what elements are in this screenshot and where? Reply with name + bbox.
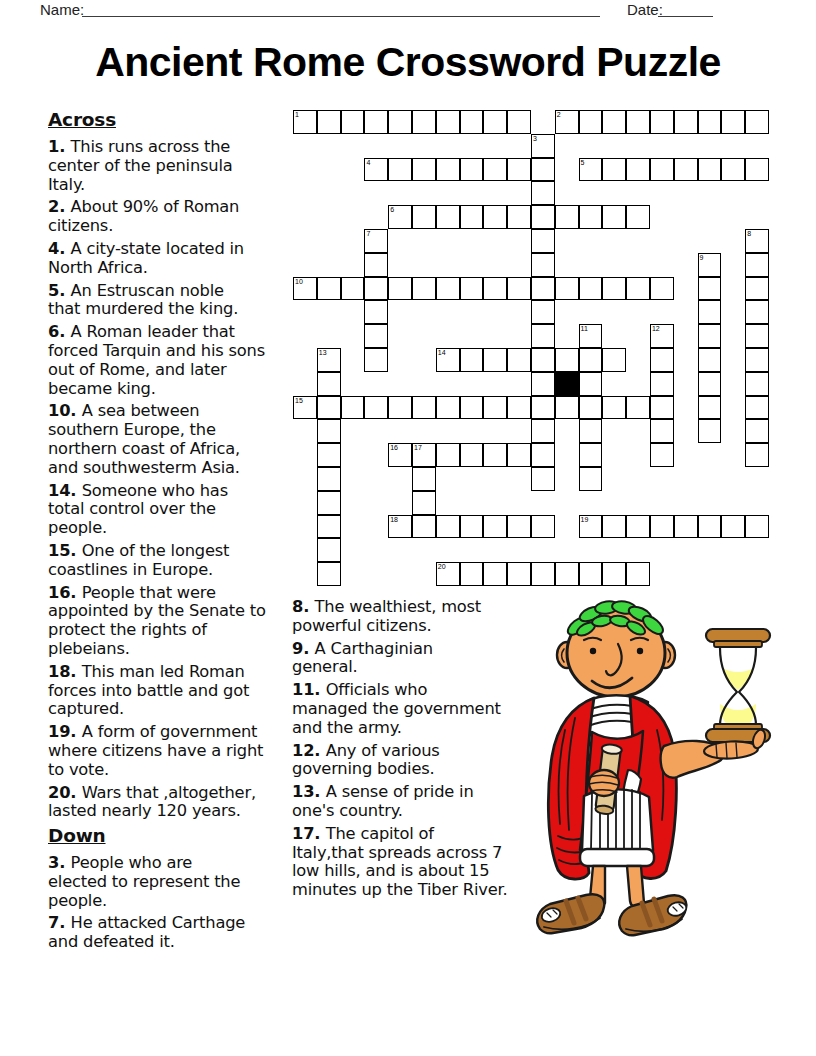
across-heading: Across (48, 109, 298, 130)
clue-number: 4 (366, 159, 370, 167)
grid-cell-r12c3[interactable] (364, 396, 388, 420)
grid-cell-r7c14[interactable] (626, 277, 650, 301)
clue-number: 20 (438, 563, 446, 571)
grid-cell-r9c19[interactable] (745, 324, 769, 348)
grid-cell-r8c10[interactable] (531, 300, 555, 324)
grid-cell-r14c9[interactable] (507, 443, 531, 467)
clue-down-8: 8. The wealthiest, most powerful citizen… (292, 598, 536, 636)
grid-cell-r17c1[interactable] (317, 515, 341, 539)
name-label: Name: (40, 1, 84, 18)
clue-down-13: 13. A sense of pride in one's country. (292, 783, 536, 821)
grid-cell-r0c15[interactable] (650, 110, 674, 134)
grid-cell-r7c9[interactable] (507, 277, 531, 301)
grid-cell-r15c10[interactable] (531, 467, 555, 491)
grid-cell-r16c5[interactable] (412, 491, 436, 515)
grid-cell-r9c12[interactable]: 11 (579, 324, 603, 348)
grid-cell-r4c8[interactable] (483, 205, 507, 229)
grid-cell-r19c6[interactable]: 20 (436, 562, 460, 586)
grid-cell-r12c11[interactable] (555, 396, 579, 420)
grid-cell-r2c7[interactable] (460, 158, 484, 182)
grid-cell-r0c19[interactable] (745, 110, 769, 134)
clue-across-16: 16. People that were appointed by the Se… (48, 584, 298, 659)
grid-cell-r7c13[interactable] (602, 277, 626, 301)
grid-cell-r1c10[interactable]: 3 (531, 134, 555, 158)
clue-number: 16 (390, 444, 398, 452)
grid-cell-r17c8[interactable] (483, 515, 507, 539)
clue-across-5: 5. An Estruscan noble that murdered the … (48, 282, 298, 320)
clue-across-14: 14. Someone who has total control over t… (48, 482, 298, 538)
grid-cell-r11c15[interactable] (650, 372, 674, 396)
grid-cell-r7c19[interactable] (745, 277, 769, 301)
grid-cell-r19c13[interactable] (602, 562, 626, 586)
skirt-hem (580, 849, 654, 866)
grid-cell-r0c11[interactable]: 2 (555, 110, 579, 134)
clue-number: 14 (438, 349, 446, 357)
grid-cell-r4c12[interactable] (579, 205, 603, 229)
grid-cell-r19c12[interactable] (579, 562, 603, 586)
grid-cell-r17c6[interactable] (436, 515, 460, 539)
grid-cell-r10c10[interactable] (531, 348, 555, 372)
clue-across-15: 15. One of the longest coastlines in Eur… (48, 542, 298, 580)
grid-cell-r0c5[interactable] (412, 110, 436, 134)
clue-number: 11 (581, 325, 588, 333)
grid-cell-r0c18[interactable] (721, 110, 745, 134)
grid-cell-r17c5[interactable] (412, 515, 436, 539)
grid-cell-r8c3[interactable] (364, 300, 388, 324)
grid-cell-r10c9[interactable] (507, 348, 531, 372)
grid-cell-r2c15[interactable] (650, 158, 674, 182)
grid-cell-r2c19[interactable] (745, 158, 769, 182)
grid-cell-r0c13[interactable] (602, 110, 626, 134)
grid-cell-r7c15[interactable] (650, 277, 674, 301)
grid-cell-r12c1[interactable] (317, 396, 341, 420)
grid-cell-r13c10[interactable] (531, 419, 555, 443)
grid-cell-r2c18[interactable] (721, 158, 745, 182)
grid-cell-r9c15[interactable]: 12 (650, 324, 674, 348)
clue-down-9: 9. A Carthaginian general. (292, 640, 536, 678)
grid-cell-r6c3[interactable] (364, 253, 388, 277)
grid-cell-r17c12[interactable]: 19 (579, 515, 603, 539)
grid-cell-r0c3[interactable] (364, 110, 388, 134)
grid-cell-r7c17[interactable] (698, 277, 722, 301)
roman-man-illustration (530, 598, 786, 958)
grid-cell-r17c18[interactable] (721, 515, 745, 539)
grid-cell-r17c13[interactable] (602, 515, 626, 539)
grid-cell-r17c7[interactable] (460, 515, 484, 539)
right-eye (637, 648, 643, 654)
grid-cell-r14c4[interactable]: 16 (388, 443, 412, 467)
grid-cell-r4c11[interactable] (555, 205, 579, 229)
clue-across-18: 18. This man led Roman forces into battl… (48, 663, 298, 719)
grid-cell-r14c6[interactable] (436, 443, 460, 467)
grid-cell-r0c1[interactable] (317, 110, 341, 134)
grid-cell-r7c7[interactable] (460, 277, 484, 301)
grid-cell-r0c12[interactable] (579, 110, 603, 134)
clue-number: 18 (390, 516, 398, 524)
grid-cell-r12c2[interactable] (341, 396, 365, 420)
grid-cell-r2c17[interactable] (698, 158, 722, 182)
clue-number: 12 (652, 325, 660, 333)
grid-cell-r11c1[interactable] (317, 372, 341, 396)
clue-number: 13 (319, 349, 327, 357)
grid-cell-r2c16[interactable] (674, 158, 698, 182)
grid-cell-r7c5[interactable] (412, 277, 436, 301)
grid-cell-r0c8[interactable] (483, 110, 507, 134)
grid-cell-r4c4[interactable]: 6 (388, 205, 412, 229)
grid-cell-r12c12[interactable] (579, 396, 603, 420)
grid-cell-r10c15[interactable] (650, 348, 674, 372)
grid-cell-r10c11[interactable] (555, 348, 579, 372)
grid-cell-r19c7[interactable] (460, 562, 484, 586)
grid-cell-r12c15[interactable] (650, 396, 674, 420)
grid-cell-r12c17[interactable] (698, 396, 722, 420)
grid-cell-r3c10[interactable] (531, 181, 555, 205)
grid-cell-r19c9[interactable] (507, 562, 531, 586)
clue-down-3: 3. People who are elected to represent t… (48, 854, 298, 910)
grid-cell-r4c13[interactable] (602, 205, 626, 229)
clue-down-7: 7. He attacked Carthage and defeated it. (48, 914, 298, 952)
grid-cell-r15c5[interactable] (412, 467, 436, 491)
grid-cell-r7c4[interactable] (388, 277, 412, 301)
grid-cell-r14c19[interactable] (745, 443, 769, 467)
grid-cell-r4c5[interactable] (412, 205, 436, 229)
crossword-grid: 1234567891011121314151617181920 (293, 110, 769, 586)
grid-cell-r2c5[interactable] (412, 158, 436, 182)
grid-cell-r7c12[interactable] (579, 277, 603, 301)
grid-cell-r17c19[interactable] (745, 515, 769, 539)
grid-cell-r12c7[interactable] (460, 396, 484, 420)
grid-cell-r2c9[interactable] (507, 158, 531, 182)
grid-cell-r0c7[interactable] (460, 110, 484, 134)
grid-cell-r12c6[interactable] (436, 396, 460, 420)
grid-cell-r2c6[interactable] (436, 158, 460, 182)
grid-cell-r19c14[interactable] (626, 562, 650, 586)
grid-cell-r11c17[interactable] (698, 372, 722, 396)
grid-cell-r12c13[interactable] (602, 396, 626, 420)
grid-cell-r2c3[interactable]: 4 (364, 158, 388, 182)
grid-cell-r9c3[interactable] (364, 324, 388, 348)
clue-number: 19 (581, 516, 589, 524)
grid-cell-r12c5[interactable] (412, 396, 436, 420)
grid-cell-r0c6[interactable] (436, 110, 460, 134)
clue-number: 9 (700, 254, 704, 262)
grid-cell-r14c10[interactable] (531, 443, 555, 467)
clue-number: 6 (390, 206, 394, 214)
clue-across-10: 10. A sea between southern Europe, the n… (48, 402, 298, 477)
clue-across-6: 6. A Roman leader that forced Tarquin an… (48, 323, 298, 398)
grid-cell-r6c19[interactable] (745, 253, 769, 277)
grid-cell-r8c17[interactable] (698, 300, 722, 324)
grid-cell-r14c12[interactable] (579, 443, 603, 467)
grid-cell-r13c1[interactable] (317, 419, 341, 443)
clue-across-1: 1. This runs across the center of the pe… (48, 138, 298, 194)
grid-cell-r17c16[interactable] (674, 515, 698, 539)
grid-cell-r15c12[interactable] (579, 467, 603, 491)
grid-cell-r16c1[interactable] (317, 491, 341, 515)
grid-cell-r0c14[interactable] (626, 110, 650, 134)
grid-cell-r0c9[interactable] (507, 110, 531, 134)
grid-cell-r11c11 (555, 372, 579, 396)
grid-cell-r11c12[interactable] (579, 372, 603, 396)
grid-cell-r0c17[interactable] (698, 110, 722, 134)
grid-cell-r11c10[interactable] (531, 372, 555, 396)
grid-cell-r19c1[interactable] (317, 562, 341, 586)
grid-cell-r17c4[interactable]: 18 (388, 515, 412, 539)
left-eye (590, 648, 596, 654)
grid-cell-r13c12[interactable] (579, 419, 603, 443)
grid-cell-r15c1[interactable] (317, 467, 341, 491)
grid-cell-r13c17[interactable] (698, 419, 722, 443)
grid-cell-r4c10[interactable] (531, 205, 555, 229)
grid-cell-r2c12[interactable]: 5 (579, 158, 603, 182)
grid-cell-r7c11[interactable] (555, 277, 579, 301)
grid-cell-r10c12[interactable] (579, 348, 603, 372)
grid-cell-r14c8[interactable] (483, 443, 507, 467)
grid-cell-r10c6[interactable]: 14 (436, 348, 460, 372)
grid-cell-r14c5[interactable]: 17 (412, 443, 436, 467)
grid-cell-r7c10[interactable] (531, 277, 555, 301)
grid-cell-r12c9[interactable] (507, 396, 531, 420)
grid-cell-r18c1[interactable] (317, 538, 341, 562)
grid-cell-r10c8[interactable] (483, 348, 507, 372)
grid-cell-r2c13[interactable] (602, 158, 626, 182)
down-clue-list-right: 8. The wealthiest, most powerful citizen… (292, 598, 536, 900)
clue-number: 2 (557, 111, 561, 119)
clue-across-2: 2. About 90% of Roman citizens. (48, 198, 298, 236)
grid-cell-r12c19[interactable] (745, 396, 769, 420)
clue-across-19: 19. A form of government where citizens … (48, 723, 298, 779)
grid-cell-r10c17[interactable] (698, 348, 722, 372)
grid-cell-r10c3[interactable] (364, 348, 388, 372)
grid-cell-r10c13[interactable] (602, 348, 626, 372)
grid-cell-r13c19[interactable] (745, 419, 769, 443)
clue-number: 8 (747, 230, 751, 238)
grid-cell-r7c3[interactable] (364, 277, 388, 301)
grid-cell-r14c15[interactable] (650, 443, 674, 467)
page-title: Ancient Rome Crossword Puzzle (0, 39, 816, 86)
clue-number: 3 (533, 135, 537, 143)
grid-cell-r7c2[interactable] (341, 277, 365, 301)
grid-cell-r17c17[interactable] (698, 515, 722, 539)
grid-cell-r9c17[interactable] (698, 324, 722, 348)
grid-cell-r17c14[interactable] (626, 515, 650, 539)
grid-cell-r12c10[interactable] (531, 396, 555, 420)
grid-cell-r4c6[interactable] (436, 205, 460, 229)
grid-cell-r7c8[interactable] (483, 277, 507, 301)
grid-cell-r7c1[interactable] (317, 277, 341, 301)
left-hand (589, 770, 619, 796)
clue-down-12: 12. Any of various governing bodies. (292, 742, 536, 780)
left-sandal (537, 894, 604, 933)
grid-cell-r19c10[interactable] (531, 562, 555, 586)
grid-cell-r9c10[interactable] (531, 324, 555, 348)
grid-cell-r13c15[interactable] (650, 419, 674, 443)
grid-cell-r2c8[interactable] (483, 158, 507, 182)
name-input-line[interactable] (82, 16, 600, 17)
grid-cell-r2c14[interactable] (626, 158, 650, 182)
grid-cell-r19c11[interactable] (555, 562, 579, 586)
grid-cell-r11c19[interactable] (745, 372, 769, 396)
clue-down-11: 11. Officials who managed the government… (292, 681, 536, 737)
grid-cell-r0c4[interactable] (388, 110, 412, 134)
grid-cell-r14c7[interactable] (460, 443, 484, 467)
grid-cell-r6c10[interactable] (531, 253, 555, 277)
grid-cell-r7c6[interactable] (436, 277, 460, 301)
clues-middle-column: 8. The wealthiest, most powerful citizen… (292, 598, 536, 904)
clues-left-column: Across 1. This runs across the center of… (48, 109, 298, 956)
grid-cell-r6c17[interactable]: 9 (698, 253, 722, 277)
grid-cell-r4c14[interactable] (626, 205, 650, 229)
hourglass-icon (706, 629, 770, 742)
date-input-line[interactable] (658, 16, 713, 17)
clue-number: 7 (366, 230, 370, 238)
clue-across-20: 20. Wars that ,altogether, lasted nearly… (48, 784, 298, 822)
grid-cell-r10c1[interactable]: 13 (317, 348, 341, 372)
grid-cell-r17c9[interactable] (507, 515, 531, 539)
grid-cell-r12c8[interactable] (483, 396, 507, 420)
grid-cell-r8c19[interactable] (745, 300, 769, 324)
clue-number: 17 (414, 444, 422, 452)
grid-cell-r17c15[interactable] (650, 515, 674, 539)
grid-cell-r5c19[interactable]: 8 (745, 229, 769, 253)
grid-cell-r0c2[interactable] (341, 110, 365, 134)
grid-cell-r2c10[interactable] (531, 158, 555, 182)
grid-cell-r2c4[interactable] (388, 158, 412, 182)
grid-cell-r10c7[interactable] (460, 348, 484, 372)
across-clue-list: 1. This runs across the center of the pe… (48, 138, 298, 821)
grid-cell-r12c4[interactable] (388, 396, 412, 420)
grid-cell-r0c16[interactable] (674, 110, 698, 134)
clue-number: 5 (581, 159, 585, 167)
down-clue-list-left: 3. People who are elected to represent t… (48, 854, 298, 952)
grid-cell-r4c7[interactable] (460, 205, 484, 229)
grid-cell-r12c14[interactable] (626, 396, 650, 420)
grid-cell-r10c19[interactable] (745, 348, 769, 372)
down-heading: Down (48, 825, 298, 846)
grid-cell-r14c1[interactable] (317, 443, 341, 467)
grid-cell-r5c10[interactable] (531, 229, 555, 253)
clue-down-17: 17. The capitol of Italy,that spreads ac… (292, 825, 536, 900)
grid-cell-r17c10[interactable] (531, 515, 555, 539)
grid-cell-r4c9[interactable] (507, 205, 531, 229)
clue-across-4: 4. A city-state located in North Africa. (48, 240, 298, 278)
grid-cell-r19c8[interactable] (483, 562, 507, 586)
grid-cell-r5c3[interactable]: 7 (364, 229, 388, 253)
